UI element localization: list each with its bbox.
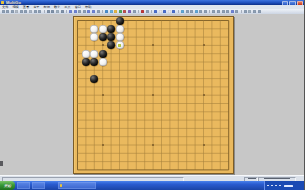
toolbar-icon-25[interactable]	[110, 10, 113, 13]
star-point	[203, 94, 205, 96]
toolbar-icon-32[interactable]	[141, 10, 144, 13]
white-stone-F18	[116, 25, 124, 33]
toolbar-separator	[151, 10, 152, 14]
toolbar-icon-5[interactable]	[20, 10, 23, 13]
go-board[interactable]	[73, 16, 234, 174]
toolbar-icon-42[interactable]	[186, 10, 189, 13]
screen: MultiGo 文件编辑查看走子标记数字工具窗口帮助 开始	[0, 0, 304, 190]
toolbar-icon-21[interactable]	[92, 10, 95, 13]
toolbar-icon-26[interactable]	[114, 10, 117, 13]
status-text-mark	[264, 178, 290, 179]
system-tray	[264, 181, 305, 190]
clock	[284, 185, 293, 187]
star-point	[203, 144, 205, 146]
toolbar-separator	[241, 10, 242, 14]
black-stone-B14	[82, 58, 90, 66]
toolbar-icon-14[interactable]	[61, 10, 64, 13]
toolbar-icon-55[interactable]	[244, 10, 247, 13]
toolbar-icon-53[interactable]	[235, 10, 238, 13]
toolbar-icon-36[interactable]	[159, 10, 162, 13]
toolbar-icon-58[interactable]	[258, 10, 261, 13]
toolbar-icon-46[interactable]	[204, 10, 207, 13]
last-move-marker	[118, 44, 121, 47]
toolbar-icon-7[interactable]	[29, 10, 32, 13]
toolbar-icon-11[interactable]	[47, 10, 50, 13]
toolbar-icon-6[interactable]	[24, 10, 27, 13]
toolbar-icon-33[interactable]	[146, 10, 149, 13]
task-button-icon	[60, 184, 63, 187]
network-icon[interactable]	[267, 185, 269, 187]
toolbar-icon-22[interactable]	[97, 10, 100, 13]
toolbar-icon-41[interactable]	[181, 10, 184, 13]
toolbar-icon-52[interactable]	[231, 10, 234, 13]
white-stone-B15	[82, 50, 90, 58]
taskbar-window-button-3[interactable]	[58, 182, 96, 189]
desktop-artifact	[0, 161, 3, 166]
antivirus-icon[interactable]	[275, 185, 277, 187]
toolbar-icon-51[interactable]	[226, 10, 229, 13]
toolbar-separator	[66, 10, 67, 14]
toolbar-icon-28[interactable]	[123, 10, 126, 13]
toolbar-icon-3[interactable]	[11, 10, 14, 13]
black-stone-C12	[90, 75, 98, 83]
toolbar-separator	[44, 10, 45, 14]
toolbar-icon-13[interactable]	[56, 10, 59, 13]
toolbar-icon-37[interactable]	[163, 10, 166, 13]
taskbar-window-button-1[interactable]	[17, 182, 30, 189]
toolbar-separator	[138, 10, 139, 14]
black-stone-E18	[107, 25, 115, 33]
toolbar-icon-12[interactable]	[51, 10, 54, 13]
toolbar-icon-39[interactable]	[172, 10, 175, 13]
toolbar-icon-43[interactable]	[190, 10, 193, 13]
toolbar-icon-57[interactable]	[253, 10, 256, 13]
toolbar-icon-18[interactable]	[78, 10, 81, 13]
taskbar: 开始	[0, 181, 304, 190]
star-point	[102, 144, 104, 146]
toolbar-icon-16[interactable]	[69, 10, 72, 13]
toolbar-icon-50[interactable]	[222, 10, 225, 13]
taskbar-window-button-2[interactable]	[32, 182, 45, 189]
black-stone-D17	[99, 33, 107, 41]
toolbar-icon-1[interactable]	[2, 10, 5, 13]
white-stone-D14	[99, 58, 107, 66]
start-button[interactable]: 开始	[0, 181, 15, 190]
toolbar-icon-48[interactable]	[212, 10, 215, 13]
toolbar-separator	[102, 10, 103, 14]
volume-icon[interactable]	[271, 185, 273, 187]
toolbar-icon-49[interactable]	[217, 10, 220, 13]
toolbar-icon-27[interactable]	[119, 10, 122, 13]
status-text-mark	[248, 178, 256, 179]
toolbar-icon-9[interactable]	[38, 10, 41, 13]
toolbar-icon-8[interactable]	[34, 10, 37, 13]
toolbar-separator	[209, 10, 210, 14]
toolbar-icon-38[interactable]	[168, 10, 171, 13]
toolbar-icon-30[interactable]	[133, 10, 136, 13]
toolbar-icon-45[interactable]	[199, 10, 202, 13]
black-stone-F19	[116, 17, 124, 25]
toolbar-icon-35[interactable]	[154, 10, 157, 13]
toolbar-separator	[178, 10, 179, 14]
toolbar-icon-19[interactable]	[83, 10, 86, 13]
toolbar-icon-4[interactable]	[15, 10, 18, 13]
board-grid	[77, 20, 230, 175]
toolbar-icon-29[interactable]	[128, 10, 131, 13]
ime-icon[interactable]	[279, 185, 281, 187]
black-stone-D15	[99, 50, 107, 58]
toolbar-icon-56[interactable]	[248, 10, 251, 13]
white-stone-C15	[90, 50, 98, 58]
white-stone-D18	[99, 25, 107, 33]
toolbar-icon-24[interactable]	[105, 10, 108, 13]
white-stone-F17	[116, 33, 124, 41]
toolbar-icon-17[interactable]	[74, 10, 77, 13]
toolbar-icon-20[interactable]	[87, 10, 90, 13]
star-point	[102, 94, 104, 96]
toolbar-icon-44[interactable]	[195, 10, 198, 13]
toolbar-icon-2[interactable]	[6, 10, 9, 13]
app-icon	[1, 1, 4, 4]
